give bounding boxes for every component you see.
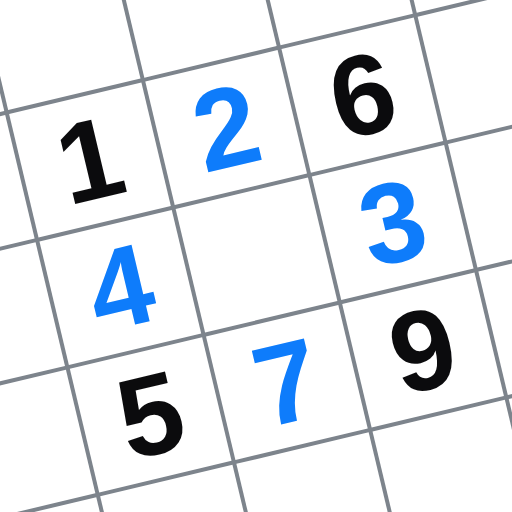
entered-digit: 7 <box>243 320 331 446</box>
sudoku-cell-r4-c2[interactable]: 5 <box>70 337 232 492</box>
given-digit: 9 <box>379 287 467 413</box>
entered-digit: 3 <box>349 160 437 286</box>
sudoku-cell-r3-c2[interactable]: 4 <box>39 210 201 365</box>
sudoku-grid: 12643579 <box>0 0 512 512</box>
entered-digit: 4 <box>76 225 164 351</box>
given-digit: 1 <box>46 97 134 223</box>
sudoku-cell-r2-c3[interactable]: 2 <box>145 50 307 205</box>
sudoku-cell-r3-c4[interactable]: 3 <box>312 145 474 300</box>
entered-digit: 2 <box>182 65 270 191</box>
given-digit: 5 <box>107 352 195 478</box>
sudoku-cell-r2-c2[interactable]: 1 <box>9 82 171 237</box>
sudoku-cell-r4-c3[interactable]: 7 <box>206 305 368 460</box>
sudoku-board-viewport: 12643579 <box>0 0 512 512</box>
given-digit: 6 <box>318 32 406 158</box>
sudoku-cell-r3-c3[interactable] <box>176 177 338 332</box>
sudoku-cell-r2-c4[interactable]: 6 <box>281 18 443 173</box>
sudoku-cell-r4-c4[interactable]: 9 <box>342 272 504 427</box>
